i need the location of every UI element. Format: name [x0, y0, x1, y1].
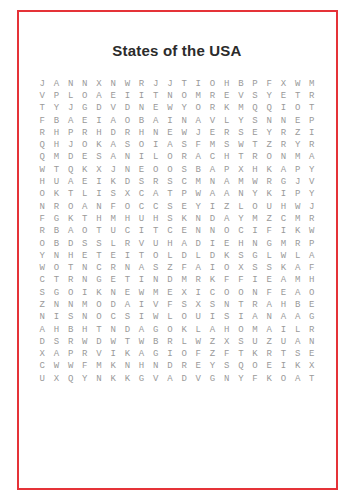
grid-cell: F: [248, 373, 262, 385]
grid-cell: I: [78, 287, 92, 299]
grid-cell: K: [120, 373, 134, 385]
grid-cell: A: [106, 152, 120, 164]
grid-cell: M: [92, 361, 106, 373]
grid-cell: R: [305, 213, 319, 225]
grid-cell: N: [49, 250, 63, 262]
grid-cell: S: [234, 336, 248, 348]
grid-cell: Y: [234, 373, 248, 385]
grid-cell: A: [177, 238, 191, 250]
grid-cell: M: [291, 213, 305, 225]
grid-cell: M: [149, 287, 163, 299]
grid-cell: O: [35, 189, 49, 201]
grid-cell: K: [49, 189, 63, 201]
grid-cell: E: [205, 127, 219, 139]
grid-cell: W: [191, 189, 205, 201]
grid-cell: D: [205, 250, 219, 262]
grid-cell: E: [106, 90, 120, 102]
grid-cell: A: [191, 152, 205, 164]
grid-cell: V: [205, 115, 219, 127]
grid-cell: R: [177, 361, 191, 373]
grid-cell: A: [64, 115, 78, 127]
grid-cell: T: [276, 349, 290, 361]
grid-cell: M: [276, 238, 290, 250]
grid-cell: H: [220, 324, 234, 336]
grid-cell: F: [262, 78, 276, 90]
grid-cell: V: [149, 299, 163, 311]
grid-cell: O: [92, 312, 106, 324]
grid-cell: S: [35, 287, 49, 299]
grid-cell: W: [35, 164, 49, 176]
grid-cell: B: [149, 336, 163, 348]
grid-cell: K: [92, 139, 106, 151]
grid-cell: I: [149, 139, 163, 151]
grid-cell: R: [120, 238, 134, 250]
grid-cell: E: [248, 127, 262, 139]
grid-cell: K: [291, 361, 305, 373]
grid-cell: T: [234, 152, 248, 164]
grid-cell: X: [120, 189, 134, 201]
grid-cell: N: [92, 201, 106, 213]
grid-cell: C: [205, 152, 219, 164]
grid-cell: V: [134, 238, 148, 250]
grid-cell: A: [134, 262, 148, 274]
grid-cell: Q: [64, 373, 78, 385]
grid-cell: A: [35, 324, 49, 336]
grid-cell: G: [276, 176, 290, 188]
grid-cell: J: [64, 103, 78, 115]
grid-cell: A: [220, 189, 234, 201]
grid-cell: S: [291, 349, 305, 361]
grid-cell: A: [78, 201, 92, 213]
grid-cell: N: [134, 103, 148, 115]
grid-cell: P: [305, 115, 319, 127]
grid-cell: V: [92, 349, 106, 361]
grid-cell: O: [78, 226, 92, 238]
grid-cell: S: [220, 312, 234, 324]
grid-cell: C: [134, 201, 148, 213]
grid-cell: Q: [64, 164, 78, 176]
grid-cell: T: [49, 164, 63, 176]
grid-cell: O: [64, 287, 78, 299]
grid-cell: T: [92, 226, 106, 238]
grid-cell: I: [134, 226, 148, 238]
grid-cell: U: [35, 373, 49, 385]
grid-cell: R: [49, 201, 63, 213]
grid-cell: A: [149, 189, 163, 201]
grid-cell: E: [262, 275, 276, 287]
grid-cell: S: [149, 262, 163, 274]
grid-cell: I: [191, 287, 205, 299]
grid-cell: R: [305, 90, 319, 102]
grid-cell: M: [191, 176, 205, 188]
grid-cell: Y: [234, 115, 248, 127]
grid-cell: E: [106, 250, 120, 262]
grid-cell: S: [248, 262, 262, 274]
grid-cell: P: [64, 127, 78, 139]
grid-cell: U: [262, 201, 276, 213]
grid-cell: D: [205, 213, 219, 225]
grid-cell: V: [149, 373, 163, 385]
grid-cell: O: [220, 226, 234, 238]
grid-cell: E: [163, 127, 177, 139]
grid-cell: R: [149, 176, 163, 188]
word-search-grid: JANNXNWRJJTIOHBPFXWMVPLOAEIITNOMREVSYETR…: [35, 78, 319, 385]
grid-cell: M: [106, 213, 120, 225]
grid-cell: N: [78, 78, 92, 90]
grid-cell: U: [191, 312, 205, 324]
grid-cell: O: [191, 103, 205, 115]
grid-cell: D: [64, 152, 78, 164]
grid-cell: P: [220, 164, 234, 176]
grid-cell: F: [220, 349, 234, 361]
grid-cell: W: [276, 250, 290, 262]
grid-cell: X: [234, 262, 248, 274]
grid-cell: W: [49, 361, 63, 373]
grid-cell: S: [248, 90, 262, 102]
grid-cell: R: [191, 275, 205, 287]
grid-cell: E: [305, 299, 319, 311]
grid-cell: C: [134, 189, 148, 201]
grid-cell: H: [276, 201, 290, 213]
grid-cell: W: [177, 127, 191, 139]
grid-cell: H: [234, 238, 248, 250]
grid-cell: K: [177, 213, 191, 225]
grid-cell: Q: [35, 139, 49, 151]
grid-cell: R: [78, 127, 92, 139]
grid-cell: N: [78, 312, 92, 324]
grid-cell: N: [120, 164, 134, 176]
grid-cell: O: [234, 287, 248, 299]
grid-cell: I: [234, 312, 248, 324]
grid-cell: C: [205, 287, 219, 299]
grid-cell: S: [177, 299, 191, 311]
grid-cell: I: [276, 189, 290, 201]
grid-cell: A: [106, 139, 120, 151]
grid-cell: I: [134, 90, 148, 102]
grid-cell: C: [35, 361, 49, 373]
grid-cell: G: [92, 275, 106, 287]
grid-cell: Y: [35, 250, 49, 262]
grid-cell: T: [149, 226, 163, 238]
grid-cell: G: [149, 324, 163, 336]
grid-cell: M: [248, 324, 262, 336]
grid-cell: Y: [234, 213, 248, 225]
grid-cell: N: [305, 336, 319, 348]
grid-cell: O: [177, 90, 191, 102]
grid-cell: M: [291, 152, 305, 164]
grid-cell: O: [220, 287, 234, 299]
grid-cell: N: [191, 226, 205, 238]
grid-cell: I: [92, 176, 106, 188]
grid-cell: O: [177, 349, 191, 361]
grid-cell: H: [305, 275, 319, 287]
grid-cell: O: [120, 201, 134, 213]
grid-cell: Z: [35, 299, 49, 311]
grid-cell: X: [49, 373, 63, 385]
grid-cell: A: [291, 336, 305, 348]
grid-cell: D: [92, 103, 106, 115]
grid-cell: I: [205, 201, 219, 213]
grid-cell: V: [35, 90, 49, 102]
grid-cell: K: [120, 349, 134, 361]
grid-cell: G: [49, 213, 63, 225]
grid-cell: O: [64, 201, 78, 213]
grid-cell: F: [262, 226, 276, 238]
grid-cell: O: [262, 152, 276, 164]
grid-cell: B: [134, 115, 148, 127]
grid-cell: C: [163, 226, 177, 238]
grid-cell: A: [49, 78, 63, 90]
grid-cell: N: [64, 78, 78, 90]
page-title: States of the USA: [0, 42, 354, 59]
grid-cell: I: [305, 127, 319, 139]
grid-cell: X: [305, 361, 319, 373]
grid-cell: N: [248, 238, 262, 250]
grid-cell: N: [149, 127, 163, 139]
grid-cell: S: [234, 250, 248, 262]
grid-cell: K: [276, 262, 290, 274]
grid-cell: I: [134, 299, 148, 311]
grid-cell: Q: [248, 103, 262, 115]
grid-cell: I: [134, 275, 148, 287]
grid-cell: I: [191, 78, 205, 90]
grid-cell: H: [49, 139, 63, 151]
grid-cell: S: [49, 336, 63, 348]
grid-cell: W: [291, 78, 305, 90]
grid-cell: N: [262, 115, 276, 127]
grid-cell: A: [106, 115, 120, 127]
grid-cell: A: [205, 189, 219, 201]
grid-cell: W: [134, 287, 148, 299]
grid-cell: N: [64, 299, 78, 311]
grid-cell: U: [248, 336, 262, 348]
grid-cell: F: [305, 262, 319, 274]
grid-cell: M: [234, 103, 248, 115]
grid-cell: O: [134, 139, 148, 151]
grid-cell: M: [177, 275, 191, 287]
grid-cell: H: [248, 164, 262, 176]
grid-cell: W: [234, 139, 248, 151]
grid-cell: L: [64, 90, 78, 102]
grid-cell: M: [305, 78, 319, 90]
grid-cell: U: [276, 336, 290, 348]
grid-cell: Z: [205, 336, 219, 348]
grid-cell: X: [234, 164, 248, 176]
grid-cell: N: [120, 361, 134, 373]
grid-cell: N: [191, 213, 205, 225]
grid-cell: H: [35, 176, 49, 188]
grid-cell: H: [220, 152, 234, 164]
grid-cell: R: [205, 103, 219, 115]
grid-cell: E: [220, 238, 234, 250]
grid-cell: R: [262, 176, 276, 188]
grid-cell: H: [92, 127, 106, 139]
grid-cell: K: [78, 164, 92, 176]
grid-cell: L: [163, 312, 177, 324]
grid-cell: R: [291, 238, 305, 250]
grid-cell: H: [64, 250, 78, 262]
grid-cell: N: [106, 78, 120, 90]
grid-cell: O: [78, 90, 92, 102]
grid-cell: W: [78, 336, 92, 348]
grid-cell: O: [163, 324, 177, 336]
grid-cell: O: [177, 312, 191, 324]
grid-cell: V: [106, 103, 120, 115]
grid-cell: N: [78, 262, 92, 274]
grid-cell: S: [248, 115, 262, 127]
grid-cell: B: [64, 324, 78, 336]
grid-cell: N: [149, 275, 163, 287]
grid-cell: A: [291, 373, 305, 385]
grid-cell: Y: [262, 127, 276, 139]
grid-cell: D: [191, 238, 205, 250]
grid-cell: A: [276, 275, 290, 287]
grid-cell: I: [92, 189, 106, 201]
grid-cell: S: [78, 238, 92, 250]
grid-cell: X: [92, 164, 106, 176]
grid-cell: I: [276, 103, 290, 115]
grid-cell: O: [276, 373, 290, 385]
grid-cell: N: [35, 312, 49, 324]
grid-cell: E: [78, 250, 92, 262]
grid-cell: O: [248, 201, 262, 213]
grid-cell: J: [35, 78, 49, 90]
grid-cell: H: [134, 127, 148, 139]
grid-cell: H: [49, 127, 63, 139]
grid-cell: A: [248, 312, 262, 324]
grid-cell: T: [248, 139, 262, 151]
grid-cell: O: [163, 152, 177, 164]
grid-cell: A: [64, 176, 78, 188]
grid-cell: W: [134, 336, 148, 348]
grid-cell: N: [205, 226, 219, 238]
grid-cell: Q: [262, 103, 276, 115]
grid-cell: R: [35, 226, 49, 238]
grid-cell: W: [163, 103, 177, 115]
grid-cell: E: [177, 226, 191, 238]
grid-cell: E: [291, 115, 305, 127]
grid-cell: I: [205, 262, 219, 274]
grid-cell: R: [276, 139, 290, 151]
grid-cell: A: [262, 324, 276, 336]
grid-cell: E: [191, 361, 205, 373]
grid-cell: M: [234, 176, 248, 188]
grid-cell: A: [262, 299, 276, 311]
grid-cell: K: [262, 373, 276, 385]
grid-cell: O: [291, 103, 305, 115]
grid-cell: O: [149, 250, 163, 262]
grid-cell: L: [191, 324, 205, 336]
grid-cell: N: [163, 90, 177, 102]
grid-cell: H: [134, 361, 148, 373]
grid-cell: U: [49, 176, 63, 188]
grid-cell: P: [248, 78, 262, 90]
grid-cell: L: [177, 336, 191, 348]
grid-cell: M: [78, 299, 92, 311]
grid-cell: K: [92, 287, 106, 299]
grid-cell: O: [234, 324, 248, 336]
grid-cell: A: [220, 213, 234, 225]
grid-cell: I: [248, 275, 262, 287]
grid-cell: N: [177, 115, 191, 127]
grid-cell: G: [305, 312, 319, 324]
grid-cell: H: [149, 213, 163, 225]
grid-cell: S: [177, 164, 191, 176]
grid-cell: T: [149, 90, 163, 102]
grid-cell: A: [149, 115, 163, 127]
grid-cell: J: [163, 78, 177, 90]
grid-cell: F: [191, 349, 205, 361]
grid-cell: A: [163, 373, 177, 385]
grid-cell: Z: [220, 201, 234, 213]
grid-cell: K: [106, 361, 120, 373]
grid-cell: E: [305, 349, 319, 361]
grid-cell: Y: [305, 189, 319, 201]
grid-cell: Z: [262, 213, 276, 225]
grid-cell: K: [177, 324, 191, 336]
grid-cell: E: [78, 152, 92, 164]
grid-cell: E: [262, 361, 276, 373]
worksheet-page: States of the USA JANNXNWRJJTIOHBPFXWMVP…: [0, 0, 354, 500]
grid-cell: B: [291, 299, 305, 311]
grid-cell: M: [248, 213, 262, 225]
grid-cell: N: [205, 176, 219, 188]
grid-cell: A: [205, 164, 219, 176]
grid-cell: V: [305, 176, 319, 188]
grid-cell: W: [305, 226, 319, 238]
grid-cell: A: [291, 287, 305, 299]
grid-cell: A: [163, 139, 177, 151]
grid-cell: T: [305, 103, 319, 115]
grid-cell: E: [177, 201, 191, 213]
grid-cell: H: [49, 324, 63, 336]
grid-cell: S: [120, 312, 134, 324]
grid-cell: T: [234, 299, 248, 311]
grid-cell: E: [276, 287, 290, 299]
grid-cell: T: [64, 189, 78, 201]
grid-cell: A: [291, 312, 305, 324]
grid-cell: R: [106, 262, 120, 274]
grid-cell: G: [205, 373, 219, 385]
grid-cell: O: [305, 287, 319, 299]
grid-cell: I: [276, 361, 290, 373]
grid-cell: S: [120, 139, 134, 151]
grid-cell: C: [149, 201, 163, 213]
grid-cell: L: [291, 324, 305, 336]
grid-cell: U: [134, 213, 148, 225]
grid-cell: O: [149, 164, 163, 176]
grid-cell: N: [234, 189, 248, 201]
grid-cell: V: [191, 373, 205, 385]
grid-cell: K: [220, 250, 234, 262]
grid-cell: K: [106, 176, 120, 188]
grid-cell: T: [234, 349, 248, 361]
grid-cell: H: [220, 78, 234, 90]
grid-cell: R: [262, 349, 276, 361]
grid-cell: J: [106, 164, 120, 176]
grid-cell: R: [220, 127, 234, 139]
grid-cell: O: [205, 78, 219, 90]
grid-cell: X: [92, 78, 106, 90]
grid-cell: N: [276, 152, 290, 164]
grid-cell: G: [134, 373, 148, 385]
grid-cell: I: [276, 226, 290, 238]
grid-cell: Z: [291, 127, 305, 139]
grid-cell: L: [234, 201, 248, 213]
grid-cell: E: [276, 90, 290, 102]
grid-cell: Z: [205, 349, 219, 361]
grid-cell: E: [149, 103, 163, 115]
